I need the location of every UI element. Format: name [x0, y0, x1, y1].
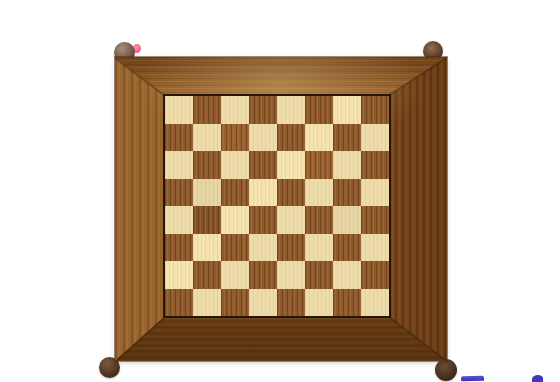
square-a2 — [165, 261, 193, 289]
square-h4 — [361, 206, 389, 234]
square-f3 — [305, 234, 333, 262]
square-h1 — [361, 289, 389, 317]
square-c2 — [221, 261, 249, 289]
square-b1 — [193, 289, 221, 317]
square-d6 — [249, 151, 277, 179]
square-f5 — [305, 179, 333, 207]
square-h6 — [361, 151, 389, 179]
square-e8 — [277, 96, 305, 124]
square-d1 — [249, 289, 277, 317]
square-e1 — [277, 289, 305, 317]
square-f2 — [305, 261, 333, 289]
square-f8 — [305, 96, 333, 124]
square-d5 — [249, 179, 277, 207]
square-c7 — [221, 124, 249, 152]
square-h3 — [361, 234, 389, 262]
square-c3 — [221, 234, 249, 262]
square-b8 — [193, 96, 221, 124]
square-f4 — [305, 206, 333, 234]
square-g1 — [333, 289, 361, 317]
square-a7 — [165, 124, 193, 152]
square-g7 — [333, 124, 361, 152]
square-g5 — [333, 179, 361, 207]
square-b2 — [193, 261, 221, 289]
square-g3 — [333, 234, 361, 262]
square-c8 — [221, 96, 249, 124]
square-a5 — [165, 179, 193, 207]
watermark-fragment — [532, 375, 543, 382]
square-e2 — [277, 261, 305, 289]
square-a8 — [165, 96, 193, 124]
square-c1 — [221, 289, 249, 317]
square-g6 — [333, 151, 361, 179]
square-e5 — [277, 179, 305, 207]
square-h5 — [361, 179, 389, 207]
square-g2 — [333, 261, 361, 289]
square-b3 — [193, 234, 221, 262]
square-h2 — [361, 261, 389, 289]
square-a1 — [165, 289, 193, 317]
square-a6 — [165, 151, 193, 179]
square-e4 — [277, 206, 305, 234]
square-d8 — [249, 96, 277, 124]
square-g8 — [333, 96, 361, 124]
square-e7 — [277, 124, 305, 152]
square-f7 — [305, 124, 333, 152]
square-e6 — [277, 151, 305, 179]
square-d2 — [249, 261, 277, 289]
square-a3 — [165, 234, 193, 262]
square-f1 — [305, 289, 333, 317]
chessboard — [115, 57, 447, 361]
square-c4 — [221, 206, 249, 234]
square-g4 — [333, 206, 361, 234]
watermark-fragment — [461, 376, 484, 382]
square-f6 — [305, 151, 333, 179]
square-a4 — [165, 206, 193, 234]
square-d4 — [249, 206, 277, 234]
board-squares-grid — [165, 96, 389, 316]
square-d7 — [249, 124, 277, 152]
square-c6 — [221, 151, 249, 179]
photo-canvas — [0, 0, 560, 382]
square-b6 — [193, 151, 221, 179]
playing-area — [163, 94, 391, 318]
square-e3 — [277, 234, 305, 262]
square-c5 — [221, 179, 249, 207]
square-b7 — [193, 124, 221, 152]
square-d3 — [249, 234, 277, 262]
square-h8 — [361, 96, 389, 124]
square-b5 — [193, 179, 221, 207]
square-h7 — [361, 124, 389, 152]
square-b4 — [193, 206, 221, 234]
